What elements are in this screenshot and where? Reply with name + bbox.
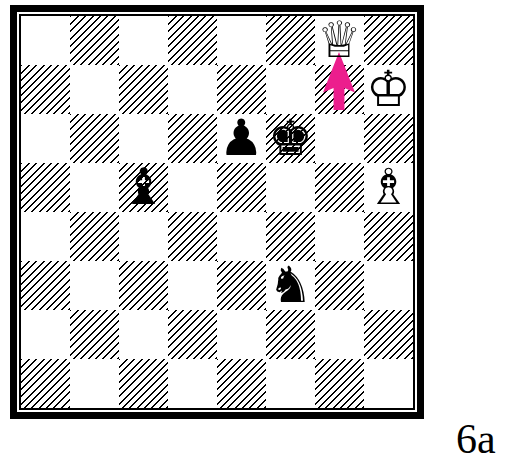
square-h5: ♗ [364, 163, 413, 212]
square-a5 [21, 163, 70, 212]
black-knight: ♞ [266, 261, 315, 310]
square-f7 [266, 65, 315, 114]
square-b1 [70, 359, 119, 408]
black-pawn: ♟ [217, 114, 266, 163]
square-d4 [168, 212, 217, 261]
square-b4 [70, 212, 119, 261]
square-e8 [217, 16, 266, 65]
black-bishop: ♝ [119, 163, 168, 212]
square-g3 [315, 261, 364, 310]
square-b6 [70, 114, 119, 163]
square-e5 [217, 163, 266, 212]
square-c1 [119, 359, 168, 408]
square-f6: ♚ [266, 114, 315, 163]
square-h6 [364, 114, 413, 163]
square-h4 [364, 212, 413, 261]
board-grid: ♕♔♟♚♝♗♞ [21, 16, 413, 408]
square-h2 [364, 310, 413, 359]
square-c6 [119, 114, 168, 163]
page: ♕♔♟♚♝♗♞ 6a [0, 0, 506, 474]
square-c2 [119, 310, 168, 359]
white-king: ♔ [364, 65, 413, 114]
square-d2 [168, 310, 217, 359]
square-e4 [217, 212, 266, 261]
square-b3 [70, 261, 119, 310]
square-h8 [364, 16, 413, 65]
square-d6 [168, 114, 217, 163]
square-b2 [70, 310, 119, 359]
square-g6 [315, 114, 364, 163]
square-d3 [168, 261, 217, 310]
black-king: ♚ [266, 114, 315, 163]
chess-board: ♕♔♟♚♝♗♞ [10, 5, 424, 419]
square-c7 [119, 65, 168, 114]
square-b5 [70, 163, 119, 212]
square-h1 [364, 359, 413, 408]
square-d5 [168, 163, 217, 212]
square-b8 [70, 16, 119, 65]
square-h3 [364, 261, 413, 310]
square-f3: ♞ [266, 261, 315, 310]
white-queen: ♕ [315, 16, 364, 65]
square-g1 [315, 359, 364, 408]
square-e6: ♟ [217, 114, 266, 163]
square-g7 [315, 65, 364, 114]
square-h7: ♔ [364, 65, 413, 114]
square-e2 [217, 310, 266, 359]
square-g5 [315, 163, 364, 212]
diagram-caption: 6a [456, 417, 496, 461]
square-f2 [266, 310, 315, 359]
square-a1 [21, 359, 70, 408]
square-a7 [21, 65, 70, 114]
square-g4 [315, 212, 364, 261]
square-g2 [315, 310, 364, 359]
square-a4 [21, 212, 70, 261]
square-f1 [266, 359, 315, 408]
white-bishop: ♗ [364, 163, 413, 212]
board-frame: ♕♔♟♚♝♗♞ [19, 14, 415, 410]
square-f4 [266, 212, 315, 261]
square-b7 [70, 65, 119, 114]
square-c4 [119, 212, 168, 261]
square-a6 [21, 114, 70, 163]
square-a8 [21, 16, 70, 65]
square-e1 [217, 359, 266, 408]
square-c5: ♝ [119, 163, 168, 212]
square-d1 [168, 359, 217, 408]
square-f5 [266, 163, 315, 212]
square-c3 [119, 261, 168, 310]
square-c8 [119, 16, 168, 65]
square-e3 [217, 261, 266, 310]
square-f8 [266, 16, 315, 65]
square-g8: ♕ [315, 16, 364, 65]
square-e7 [217, 65, 266, 114]
square-a3 [21, 261, 70, 310]
square-d7 [168, 65, 217, 114]
square-d8 [168, 16, 217, 65]
square-a2 [21, 310, 70, 359]
